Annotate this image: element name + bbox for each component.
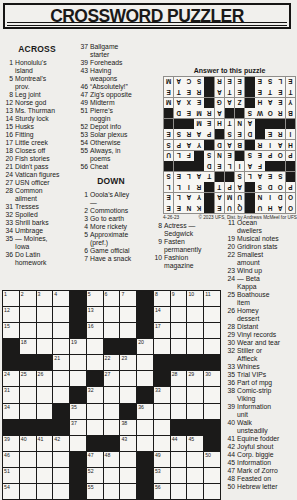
answer-letter-cell: T [225, 87, 235, 97]
grid-cell[interactable] [20, 307, 36, 322]
cell-number: 19 [71, 339, 77, 345]
grid-cell[interactable] [37, 404, 53, 419]
clue-number: 39 [226, 403, 237, 419]
answer-letter-cell: F [255, 161, 265, 171]
grid-cell[interactable] [187, 404, 203, 419]
clue-number: 16 [4, 131, 15, 139]
grid-cell[interactable]: 20 [137, 339, 153, 354]
grid-cell[interactable] [53, 452, 69, 467]
grid-cell[interactable]: 27 [104, 371, 120, 386]
grid-cell[interactable]: 21 [53, 355, 69, 370]
answer-letter-cell: I [286, 130, 296, 140]
black-cell [154, 371, 170, 386]
answer-block-cell [255, 130, 265, 140]
grid-cell[interactable] [187, 323, 203, 338]
grid-cell[interactable]: 55 [87, 484, 103, 499]
clue-item: 41Equine fodder [226, 435, 280, 443]
clue-number: 19 [226, 235, 237, 243]
grid-cell[interactable]: 49 [154, 452, 170, 467]
grid-cell[interactable]: 24 [3, 371, 19, 386]
clue-text: Montreal's prov. [15, 75, 62, 91]
grid-cell[interactable]: 32 [87, 387, 103, 402]
answer-block-cell [194, 161, 204, 171]
answer-block-cell [204, 98, 214, 108]
answer-block-cell [204, 77, 214, 87]
cell-number: 21 [54, 355, 60, 361]
grid-cell[interactable]: 34 [3, 404, 19, 419]
grid-cell[interactable] [171, 339, 187, 354]
answer-letter-cell: Y [194, 193, 204, 203]
grid-cell[interactable]: 14 [154, 307, 170, 322]
grid-cell[interactable] [37, 468, 53, 483]
cell-number: 46 [4, 452, 10, 458]
clue-number: 36 [4, 251, 15, 267]
crossword-page: CROSSWORD PUZZLER ACROSS 1Honolulu's isl… [0, 0, 297, 500]
clue-number: 41 [226, 435, 237, 443]
answer-block-cell [255, 119, 265, 129]
grid-cell[interactable] [87, 404, 103, 419]
clue-number: 3 [79, 215, 90, 223]
grid-cell[interactable] [104, 404, 120, 419]
grid-cell[interactable] [137, 420, 153, 435]
cell-number: 45 [188, 436, 194, 442]
grid-cell[interactable] [37, 323, 53, 338]
clue-number: 51 [79, 107, 90, 123]
black-cell [137, 323, 153, 338]
grid-cell[interactable] [120, 307, 136, 322]
clue-text: Comic-strip Viking [237, 387, 280, 403]
clue-item: 51Pierre's noggin [79, 107, 135, 123]
black-cell [137, 291, 153, 306]
black-cell [70, 323, 86, 338]
grid-cell[interactable]: 36 [137, 404, 153, 419]
clue-text: Pierre's noggin [90, 107, 135, 123]
answer-letter-cell: N [255, 193, 265, 203]
grid-cell[interactable]: 50 [204, 452, 220, 467]
grid-cell[interactable] [37, 387, 53, 402]
cell-number: 37 [71, 420, 77, 426]
grid-cell[interactable] [87, 420, 103, 435]
grid-cell[interactable] [120, 452, 136, 467]
cell-number: 28 [172, 371, 178, 377]
cell-number: 9 [172, 291, 175, 297]
answer-block-cell [245, 140, 255, 150]
grid-cell[interactable]: 43 [120, 436, 136, 451]
answer-letter-cell: O [286, 193, 296, 203]
grid-cell[interactable]: 40 [20, 436, 36, 451]
grid-cell[interactable] [53, 307, 69, 322]
grid-cell[interactable]: 13 [87, 307, 103, 322]
grid-cell[interactable] [171, 484, 187, 499]
grid-cell[interactable] [120, 371, 136, 386]
clue-item: 6Game official [79, 247, 135, 255]
grid-cell[interactable]: 25 [20, 371, 36, 386]
clue-number: 35 [226, 371, 237, 379]
answer-letter-cell: A [174, 98, 184, 108]
answer-letter-cell: S [245, 108, 255, 118]
grid-cell[interactable] [37, 484, 53, 499]
clue-item: 3Go to earth [79, 215, 135, 223]
grid-cell[interactable]: 48 [104, 452, 120, 467]
clue-text: Equine fodder [237, 435, 280, 443]
cell-number: 12 [4, 307, 10, 313]
answer-letter-cell: N [215, 151, 225, 161]
grid-cell[interactable] [53, 371, 69, 386]
grid-cell[interactable]: 56 [154, 484, 170, 499]
answer-block-cell [215, 130, 225, 140]
grid-cell[interactable] [171, 307, 187, 322]
answer-block-cell [204, 203, 214, 213]
grid-cell[interactable] [87, 355, 103, 370]
grid-cell[interactable] [104, 307, 120, 322]
clue-item: 54Otherwise [79, 139, 135, 147]
grid-cell[interactable]: 41 [37, 436, 53, 451]
clue-item: 15Husks [4, 123, 62, 131]
grid-cell[interactable]: 12 [3, 307, 19, 322]
grid-cell[interactable]: 23 [120, 355, 136, 370]
grid-cell[interactable] [120, 484, 136, 499]
grid-cell[interactable] [187, 452, 203, 467]
clue-text: Joyful shout [237, 443, 280, 451]
grid-cell[interactable] [20, 452, 36, 467]
clue-item: 33Shrill barks [4, 219, 62, 227]
answer-letter-cell: A [184, 193, 194, 203]
answer-header: Answer to this puzzle [163, 67, 296, 74]
clue-item: 29Vinyl records [226, 331, 280, 339]
grid-cell[interactable]: 38 [120, 420, 136, 435]
grid-cell[interactable] [37, 452, 53, 467]
grid-cell[interactable] [104, 387, 120, 402]
grid-cell[interactable] [104, 484, 120, 499]
answer-letter-cell: S [225, 130, 235, 140]
answer-block-cell [276, 119, 286, 129]
grid-cell[interactable] [137, 371, 153, 386]
cell-number: 50 [205, 452, 211, 458]
answer-letter-cell: M [164, 77, 174, 87]
answer-letter-cell: E [164, 203, 174, 213]
answer-block-cell [286, 172, 296, 182]
grid-cell[interactable] [154, 404, 170, 419]
answer-letter-cell: P [286, 182, 296, 192]
grid-cell[interactable] [70, 355, 86, 370]
clue-item: 13Ms. Thurman [4, 107, 62, 115]
clue-text: Trial VIPs [237, 371, 280, 379]
answer-letter-cell: S [265, 77, 275, 87]
grid-cell[interactable] [204, 307, 220, 322]
clue-text: Foreheads [90, 59, 135, 67]
clue-text: Game official [90, 247, 135, 255]
answer-letter-cell: P [265, 151, 275, 161]
grid-cell[interactable] [171, 323, 187, 338]
clue-item: 1Honolulu's island [4, 59, 62, 75]
clue-number: 55 [79, 147, 90, 163]
clue-item: 50Hebrew letter [226, 483, 280, 491]
grid-cell[interactable] [20, 468, 36, 483]
grid-cell[interactable]: 16 [87, 323, 103, 338]
grid-cell[interactable]: 29 [187, 371, 203, 386]
clue-number: 27 [4, 179, 15, 187]
grid-cell[interactable] [20, 387, 36, 402]
grid-cell[interactable]: 15 [3, 323, 19, 338]
grid-cell[interactable]: 35 [70, 404, 86, 419]
grid-cell[interactable] [20, 484, 36, 499]
answer-letter-cell: E [215, 161, 225, 171]
clue-number: 25 [226, 291, 237, 307]
grid-cell[interactable] [53, 468, 69, 483]
grid-cell[interactable]: 31 [3, 387, 19, 402]
clue-item: 2Commotions [79, 207, 135, 215]
cell-number: 26 [38, 371, 44, 377]
answer-letter-cell: E [255, 77, 265, 87]
grid-cell[interactable] [53, 323, 69, 338]
clue-number: 11 [226, 219, 237, 235]
answer-letter-cell: R [184, 130, 194, 140]
grid-cell[interactable] [204, 387, 220, 402]
cell-number: 47 [88, 452, 94, 458]
clue-item: 16Fitting [4, 131, 62, 139]
clue-number: 54 [79, 139, 90, 147]
grid-cell[interactable]: 22 [104, 355, 120, 370]
cell-number: 24 [4, 371, 10, 377]
cell-number: 27 [105, 371, 111, 377]
grid-cell[interactable]: 45 [187, 436, 203, 451]
answer-letter-cell: A [194, 130, 204, 140]
answer-letter-cell: S [194, 77, 204, 87]
grid-cell[interactable]: 1 [3, 291, 19, 306]
grid-cell[interactable] [104, 468, 120, 483]
down-header: DOWN [87, 177, 135, 186]
answer-letter-cell: T [215, 182, 225, 192]
clue-number: 20 [226, 243, 237, 251]
grid-cell[interactable] [120, 323, 136, 338]
grid-cell[interactable] [37, 339, 53, 354]
answer-letter-cell: O [276, 151, 286, 161]
answer-letter-cell: E [255, 87, 265, 97]
clue-text: Fashion magazine [164, 254, 209, 270]
clue-item: 39Foreheads [79, 59, 135, 67]
grid-cell[interactable] [104, 420, 120, 435]
clue-item: 35Trial VIPs [226, 371, 280, 379]
grid-cell[interactable]: 30 [204, 371, 220, 386]
answer-letter-cell: H [215, 119, 225, 129]
grid-cell[interactable]: 11 [204, 291, 220, 306]
grid-cell[interactable] [187, 468, 203, 483]
grid-cell[interactable]: 28 [171, 371, 187, 386]
clue-text: Spoiled [15, 211, 62, 219]
answer-letter-cell: A [225, 98, 235, 108]
answer-letter-cell: R [215, 77, 225, 87]
grid-cell[interactable] [204, 404, 220, 419]
clue-text: Homey dessert [237, 307, 280, 323]
grid-cell[interactable]: 51 [3, 468, 19, 483]
grid-cell[interactable]: 18 [20, 339, 36, 354]
grid-cell[interactable]: 33 [154, 387, 170, 402]
clue-item: 19Musical notes [226, 235, 280, 243]
clue-text: Vinyl records [237, 331, 280, 339]
clue-text: Leg joint [15, 91, 62, 99]
grid-cell[interactable]: 17 [154, 323, 170, 338]
clue-item: 11Ocean dwellers [226, 219, 280, 235]
answer-letter-cell: R [194, 87, 204, 97]
answer-block-cell [276, 161, 286, 171]
grid-cell[interactable] [53, 387, 69, 402]
cell-number: 53 [155, 468, 161, 474]
grid-cell[interactable]: 26 [37, 371, 53, 386]
answer-letter-cell: E [265, 172, 275, 182]
clue-item: 46“Absolutely!” [79, 83, 135, 91]
black-cell [137, 484, 153, 499]
clue-text: Mark of Zorro [237, 467, 280, 475]
answer-letter-cell: A [255, 172, 265, 182]
clue-number: 5 [79, 231, 90, 247]
grid-cell[interactable]: 10 [187, 291, 203, 306]
down-clue-list-2: 8Actress — Sedgwick9Fasten permanently10… [153, 222, 209, 270]
clue-item: 47Mark of Zorro [226, 467, 280, 475]
answer-letter-cell: A [225, 140, 235, 150]
grid-cell[interactable] [120, 468, 136, 483]
answer-letter-cell: A [174, 77, 184, 87]
answer-letter-cell: Q [235, 203, 245, 213]
answer-letter-cell: U [164, 151, 174, 161]
grid-cell[interactable]: 3 [37, 291, 53, 306]
black-cell [70, 468, 86, 483]
grid-cell[interactable] [53, 484, 69, 499]
answer-letter-cell: E [164, 130, 174, 140]
grid-cell[interactable] [171, 468, 187, 483]
answer-letter-cell: T [225, 119, 235, 129]
grid-cell[interactable] [171, 387, 187, 402]
clue-item: 53Solar plexus [79, 131, 135, 139]
grid-cell[interactable] [53, 339, 69, 354]
grid-cell[interactable]: 6 [104, 291, 120, 306]
answer-letter-cell: L [225, 161, 235, 171]
grid-cell[interactable] [154, 339, 170, 354]
clue-item: 8Leg joint [4, 91, 62, 99]
grid-cell[interactable] [187, 307, 203, 322]
grid-cell[interactable]: 4 [53, 291, 69, 306]
cell-number: 5 [88, 291, 91, 297]
grid-cell[interactable]: 44 [171, 436, 187, 451]
clue-item: 24— Beta Kappa [226, 275, 280, 291]
grid-cell[interactable] [70, 371, 86, 386]
clue-text: Approximate (pref.) [90, 231, 135, 247]
grid-cell[interactable]: 52 [87, 468, 103, 483]
answer-letter-cell: O [265, 108, 275, 118]
grid-cell[interactable]: 19 [70, 339, 86, 354]
cell-number: 10 [188, 291, 194, 297]
answer-letter-cell: E [255, 151, 265, 161]
black-cell [70, 484, 86, 499]
clue-text: Vatican figures [15, 171, 62, 179]
clue-item: 45Information [226, 459, 280, 467]
grid-cell[interactable] [204, 339, 220, 354]
clue-text: — Beta Kappa [237, 275, 280, 291]
grid-cell[interactable] [20, 404, 36, 419]
grid-cell[interactable] [154, 436, 170, 451]
black-cell [70, 387, 86, 402]
answer-letter-cell: A [276, 203, 286, 213]
clue-item: 43Having weapons [79, 67, 135, 83]
grid-cell[interactable]: 39 [3, 436, 19, 451]
clue-text: Otherwise [90, 139, 135, 147]
grid-cell[interactable]: 46 [3, 452, 19, 467]
answer-letter-cell: U [225, 203, 235, 213]
clue-number: 8 [4, 91, 15, 99]
black-cell [104, 339, 120, 354]
clue-item: 47Zig's opposite [79, 91, 135, 99]
grid-cell[interactable]: 2 [20, 291, 36, 306]
grid-cell[interactable] [204, 468, 220, 483]
clue-number: 47 [79, 91, 90, 99]
grid-cell[interactable]: 7 [120, 291, 136, 306]
clue-text: Ballgame starter [90, 43, 135, 59]
black-cell [53, 404, 69, 419]
grid-cell[interactable] [37, 307, 53, 322]
answer-letter-cell: W [255, 108, 265, 118]
clue-text: Tresses [15, 203, 62, 211]
answer-block-cell [164, 119, 174, 129]
clue-number: 12 [4, 99, 15, 107]
grid-cell[interactable]: 8 [154, 291, 170, 306]
grid-cell[interactable] [154, 420, 170, 435]
black-cell [70, 291, 86, 306]
grid-cell[interactable] [187, 339, 203, 354]
grid-cell[interactable] [204, 323, 220, 338]
grid-cell[interactable] [171, 404, 187, 419]
clue-text: Midterm [90, 99, 135, 107]
clue-number: 42 [226, 443, 237, 451]
grid-cell[interactable]: 47 [87, 452, 103, 467]
clue-item: 22Smallest amount [226, 251, 280, 267]
answer-letter-cell: A [215, 193, 225, 203]
grid-cell[interactable] [204, 484, 220, 499]
cell-number: 23 [121, 355, 127, 361]
grid-cell[interactable] [120, 387, 136, 402]
answer-block-cell [184, 119, 194, 129]
answer-letter-cell: M [194, 108, 204, 118]
clue-text: Actress — Sedgwick [164, 222, 209, 238]
clue-number: 56 [79, 163, 90, 171]
cell-number: 18 [21, 339, 27, 345]
grid-cell[interactable] [20, 323, 36, 338]
grid-cell[interactable]: 37 [70, 420, 86, 435]
clue-text: Husks [15, 123, 62, 131]
clue-number: 26 [226, 307, 237, 323]
grid-cell[interactable] [187, 387, 203, 402]
grid-cell[interactable] [70, 436, 86, 451]
clue-text: “Absolutely!” [90, 83, 135, 91]
grid-cell[interactable] [137, 355, 153, 370]
grid-cell[interactable] [171, 452, 187, 467]
clue-item: 44Corp. biggie [226, 451, 280, 459]
grid-cell[interactable]: 42 [53, 436, 69, 451]
clue-text: Common ailment [15, 187, 62, 203]
answer-letter-cell: P [225, 182, 235, 192]
clue-number: 21 [4, 163, 15, 171]
grid-cell[interactable] [137, 436, 153, 451]
grid-cell[interactable] [187, 484, 203, 499]
black-cell [204, 436, 220, 451]
grid-cell[interactable]: 5 [87, 291, 103, 306]
answer-letter-cell: M [194, 119, 204, 129]
grid-cell[interactable] [87, 339, 103, 354]
grid-cell[interactable]: 9 [171, 291, 187, 306]
grid-cell[interactable] [104, 323, 120, 338]
grid-cell[interactable]: 54 [3, 484, 19, 499]
clue-text: Depot info [90, 123, 135, 131]
clue-text: Umbrage [15, 227, 62, 235]
grid-cell[interactable]: 53 [154, 468, 170, 483]
